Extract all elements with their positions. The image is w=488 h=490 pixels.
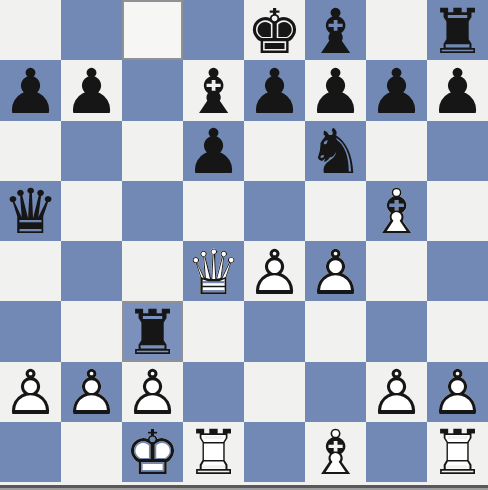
- square-d4[interactable]: ♛♕: [183, 241, 244, 301]
- square-d3[interactable]: [183, 301, 244, 361]
- board-window: ♚♝♜♟♟♝♟♟♟♟♟♞♛♝♗♛♕♟♙♟♙♜♟♙♟♙♟♙♟♙♟♙♚♔♜♖♝♗♜♖: [0, 0, 488, 490]
- piece-solid-glyph: ♝: [183, 60, 244, 120]
- black-pawn-icon[interactable]: ♟: [0, 60, 61, 120]
- window-bottom-border: [0, 482, 488, 490]
- black-pawn-icon[interactable]: ♟: [244, 60, 305, 120]
- square-g8[interactable]: [366, 0, 427, 60]
- square-b1[interactable]: [61, 422, 122, 482]
- white-pawn-icon[interactable]: ♟♙: [366, 362, 427, 422]
- square-f4[interactable]: ♟♙: [305, 241, 366, 301]
- black-rook-icon[interactable]: ♜: [122, 301, 183, 361]
- black-pawn-icon[interactable]: ♟: [61, 60, 122, 120]
- piece-outline-glyph: ♙: [305, 241, 366, 301]
- square-c5[interactable]: [122, 181, 183, 241]
- square-b3[interactable]: [61, 301, 122, 361]
- square-b7[interactable]: ♟: [61, 60, 122, 120]
- piece-solid-glyph: ♛: [0, 181, 61, 241]
- square-b8[interactable]: [61, 0, 122, 60]
- black-pawn-icon[interactable]: ♟: [366, 60, 427, 120]
- piece-outline-glyph: ♙: [122, 362, 183, 422]
- black-king-icon[interactable]: ♚: [244, 0, 305, 60]
- square-f6[interactable]: ♞: [305, 121, 366, 181]
- square-d5[interactable]: [183, 181, 244, 241]
- piece-solid-glyph: ♟: [0, 60, 61, 120]
- white-pawn-icon[interactable]: ♟♙: [122, 362, 183, 422]
- square-e7[interactable]: ♟: [244, 60, 305, 120]
- white-rook-icon[interactable]: ♜♖: [183, 422, 244, 482]
- piece-outline-glyph: ♙: [366, 362, 427, 422]
- white-king-icon[interactable]: ♚♔: [122, 422, 183, 482]
- square-d8[interactable]: [183, 0, 244, 60]
- piece-outline-glyph: ♙: [61, 362, 122, 422]
- square-d1[interactable]: ♜♖: [183, 422, 244, 482]
- square-h4[interactable]: [427, 241, 488, 301]
- piece-solid-glyph: ♟: [305, 60, 366, 120]
- square-a7[interactable]: ♟: [0, 60, 61, 120]
- square-g2[interactable]: ♟♙: [366, 362, 427, 422]
- square-c4[interactable]: [122, 241, 183, 301]
- square-g6[interactable]: [366, 121, 427, 181]
- white-pawn-icon[interactable]: ♟♙: [305, 241, 366, 301]
- square-b5[interactable]: [61, 181, 122, 241]
- piece-outline-glyph: ♙: [427, 362, 488, 422]
- square-e4[interactable]: ♟♙: [244, 241, 305, 301]
- square-e2[interactable]: [244, 362, 305, 422]
- square-g4[interactable]: [366, 241, 427, 301]
- piece-solid-glyph: ♟: [427, 60, 488, 120]
- square-a2[interactable]: ♟♙: [0, 362, 61, 422]
- white-pawn-icon[interactable]: ♟♙: [0, 362, 61, 422]
- square-e5[interactable]: [244, 181, 305, 241]
- square-h6[interactable]: [427, 121, 488, 181]
- square-e1[interactable]: [244, 422, 305, 482]
- square-c3[interactable]: ♜: [122, 301, 183, 361]
- square-h7[interactable]: ♟: [427, 60, 488, 120]
- square-g1[interactable]: [366, 422, 427, 482]
- square-b2[interactable]: ♟♙: [61, 362, 122, 422]
- square-h2[interactable]: ♟♙: [427, 362, 488, 422]
- square-a1[interactable]: [0, 422, 61, 482]
- square-c2[interactable]: ♟♙: [122, 362, 183, 422]
- white-bishop-icon[interactable]: ♝♗: [366, 181, 427, 241]
- square-c8[interactable]: [122, 0, 183, 60]
- square-c6[interactable]: [122, 121, 183, 181]
- square-c7[interactable]: [122, 60, 183, 120]
- square-e8[interactable]: ♚: [244, 0, 305, 60]
- white-pawn-icon[interactable]: ♟♙: [61, 362, 122, 422]
- square-a3[interactable]: [0, 301, 61, 361]
- piece-solid-glyph: ♟: [366, 60, 427, 120]
- square-g3[interactable]: [366, 301, 427, 361]
- piece-outline-glyph: ♗: [305, 422, 366, 482]
- black-bishop-icon[interactable]: ♝: [183, 60, 244, 120]
- square-g5[interactable]: ♝♗: [366, 181, 427, 241]
- black-pawn-icon[interactable]: ♟: [427, 60, 488, 120]
- piece-solid-glyph: ♟: [61, 60, 122, 120]
- square-e6[interactable]: [244, 121, 305, 181]
- square-d7[interactable]: ♝: [183, 60, 244, 120]
- piece-outline-glyph: ♙: [0, 362, 61, 422]
- black-pawn-icon[interactable]: ♟: [305, 60, 366, 120]
- square-c1[interactable]: ♚♔: [122, 422, 183, 482]
- piece-solid-glyph: ♜: [122, 301, 183, 361]
- piece-solid-glyph: ♞: [305, 121, 366, 181]
- square-f8[interactable]: ♝: [305, 0, 366, 60]
- square-e3[interactable]: [244, 301, 305, 361]
- square-h1[interactable]: ♜♖: [427, 422, 488, 482]
- square-f2[interactable]: [305, 362, 366, 422]
- square-f7[interactable]: ♟: [305, 60, 366, 120]
- square-f1[interactable]: ♝♗: [305, 422, 366, 482]
- white-pawn-icon[interactable]: ♟♙: [244, 241, 305, 301]
- square-a8[interactable]: [0, 0, 61, 60]
- square-b4[interactable]: [61, 241, 122, 301]
- piece-outline-glyph: ♙: [244, 241, 305, 301]
- square-h8[interactable]: ♜: [427, 0, 488, 60]
- square-b6[interactable]: [61, 121, 122, 181]
- piece-solid-glyph: ♟: [183, 121, 244, 181]
- white-rook-icon[interactable]: ♜♖: [427, 422, 488, 482]
- piece-outline-glyph: ♖: [183, 422, 244, 482]
- piece-outline-glyph: ♕: [183, 241, 244, 301]
- black-bishop-icon[interactable]: ♝: [305, 0, 366, 60]
- square-d6[interactable]: ♟: [183, 121, 244, 181]
- white-bishop-icon[interactable]: ♝♗: [305, 422, 366, 482]
- black-pawn-icon[interactable]: ♟: [183, 121, 244, 181]
- piece-solid-glyph: ♝: [305, 0, 366, 60]
- piece-solid-glyph: ♚: [244, 0, 305, 60]
- square-d2[interactable]: [183, 362, 244, 422]
- piece-solid-glyph: ♟: [244, 60, 305, 120]
- piece-solid-glyph: ♜: [427, 0, 488, 60]
- black-rook-icon[interactable]: ♜: [427, 0, 488, 60]
- square-h3[interactable]: [427, 301, 488, 361]
- square-a5[interactable]: ♛: [0, 181, 61, 241]
- piece-outline-glyph: ♗: [366, 181, 427, 241]
- black-queen-icon[interactable]: ♛: [0, 181, 61, 241]
- white-pawn-icon[interactable]: ♟♙: [427, 362, 488, 422]
- black-knight-icon[interactable]: ♞: [305, 121, 366, 181]
- chess-board: ♚♝♜♟♟♝♟♟♟♟♟♞♛♝♗♛♕♟♙♟♙♜♟♙♟♙♟♙♟♙♟♙♚♔♜♖♝♗♜♖: [0, 0, 488, 482]
- square-a4[interactable]: [0, 241, 61, 301]
- square-f3[interactable]: [305, 301, 366, 361]
- square-a6[interactable]: [0, 121, 61, 181]
- square-g7[interactable]: ♟: [366, 60, 427, 120]
- piece-outline-glyph: ♖: [427, 422, 488, 482]
- piece-outline-glyph: ♔: [122, 422, 183, 482]
- square-h5[interactable]: [427, 181, 488, 241]
- white-queen-icon[interactable]: ♛♕: [183, 241, 244, 301]
- square-f5[interactable]: [305, 181, 366, 241]
